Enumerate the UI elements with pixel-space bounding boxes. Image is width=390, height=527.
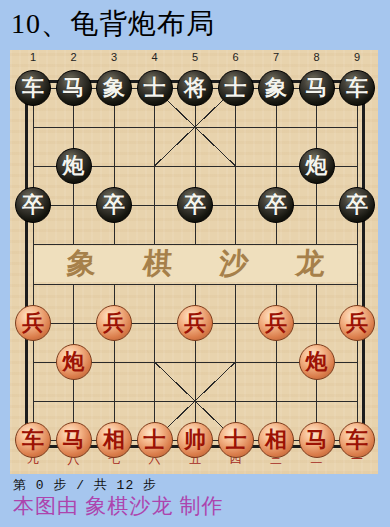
river-watermark-band: 象 棋 沙 龙 [34, 246, 357, 282]
piece-red-兵: 兵 [258, 305, 294, 341]
file-label-top: 2 [63, 51, 85, 63]
piece-red-兵: 兵 [339, 305, 375, 341]
piece-black-炮: 炮 [56, 148, 92, 184]
piece-red-帅: 帅 [177, 422, 213, 458]
piece-black-马: 马 [56, 70, 92, 106]
piece-red-车: 车 [15, 422, 51, 458]
watermark-text: 象 棋 沙 龙 [45, 244, 346, 284]
file-label-top: 9 [346, 51, 368, 63]
piece-red-士: 士 [137, 422, 173, 458]
piece-black-卒: 卒 [177, 187, 213, 223]
piece-black-士: 士 [137, 70, 173, 106]
piece-red-车: 车 [339, 422, 375, 458]
file-label-top: 8 [306, 51, 328, 63]
piece-red-兵: 兵 [15, 305, 51, 341]
piece-black-卒: 卒 [15, 187, 51, 223]
piece-black-炮: 炮 [299, 148, 335, 184]
piece-red-炮: 炮 [299, 344, 335, 380]
piece-black-卒: 卒 [96, 187, 132, 223]
piece-red-炮: 炮 [56, 344, 92, 380]
piece-red-士: 士 [218, 422, 254, 458]
piece-red-马: 马 [56, 422, 92, 458]
piece-black-象: 象 [258, 70, 294, 106]
file-label-top: 4 [144, 51, 166, 63]
piece-red-兵: 兵 [177, 305, 213, 341]
file-label-top: 1 [22, 51, 44, 63]
file-label-top: 5 [184, 51, 206, 63]
piece-red-兵: 兵 [96, 305, 132, 341]
page-title: 10、龟背炮布局 [11, 5, 215, 43]
piece-red-相: 相 [96, 422, 132, 458]
file-label-top: 3 [103, 51, 125, 63]
piece-black-卒: 卒 [339, 187, 375, 223]
piece-red-相: 相 [258, 422, 294, 458]
piece-black-马: 马 [299, 70, 335, 106]
piece-black-卒: 卒 [258, 187, 294, 223]
screen: 10、龟背炮布局 [0, 0, 390, 527]
file-label-top: 6 [225, 51, 247, 63]
piece-black-象: 象 [96, 70, 132, 106]
piece-black-车: 车 [15, 70, 51, 106]
piece-black-车: 车 [339, 70, 375, 106]
credit-line: 本图由 象棋沙龙 制作 [13, 492, 224, 520]
file-label-top: 7 [265, 51, 287, 63]
piece-red-马: 马 [299, 422, 335, 458]
xiangqi-board: 象 棋 沙 龙 123456789 九八七六五四三二一 车马象士将士象马车炮炮卒… [10, 50, 378, 474]
piece-black-将: 将 [177, 70, 213, 106]
piece-black-士: 士 [218, 70, 254, 106]
